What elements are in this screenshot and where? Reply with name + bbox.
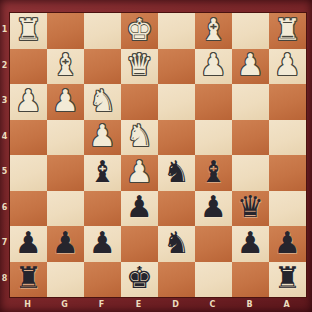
square-c5[interactable]: ♝ [195,155,232,191]
black-knight-d5: ♞ [163,157,190,187]
square-f3[interactable]: ♞ [84,84,121,120]
black-pawn-g7: ♟ [52,228,79,258]
file-labels: HGFEDCBA [9,297,305,311]
square-b6[interactable]: ♛ [232,191,269,227]
chess-board: ♜♚♝♜♝♛♟♟♟♟♟♞♟♞♝♟♞♝♟♟♛♟♟♟♞♟♟♜♚♜ [9,12,307,298]
square-a8[interactable]: ♜ [269,262,306,298]
white-rook-a1: ♜ [274,15,301,45]
white-bishop-c1: ♝ [200,15,227,45]
white-pawn-a2: ♟ [274,50,301,80]
square-g8[interactable] [47,262,84,298]
square-f8[interactable] [84,262,121,298]
square-h1[interactable]: ♜ [10,13,47,49]
square-f7[interactable]: ♟ [84,226,121,262]
square-b5[interactable] [232,155,269,191]
square-a1[interactable]: ♜ [269,13,306,49]
square-g1[interactable] [47,13,84,49]
square-h8[interactable]: ♜ [10,262,47,298]
square-c6[interactable]: ♟ [195,191,232,227]
file-label-a: A [268,297,305,311]
square-a7[interactable]: ♟ [269,226,306,262]
square-b3[interactable] [232,84,269,120]
square-b8[interactable] [232,262,269,298]
file-label-d: D [157,297,194,311]
square-f4[interactable]: ♟ [84,120,121,156]
square-d5[interactable]: ♞ [158,155,195,191]
square-e6[interactable]: ♟ [121,191,158,227]
square-a4[interactable] [269,120,306,156]
black-knight-d7: ♞ [163,228,190,258]
square-e5[interactable]: ♟ [121,155,158,191]
square-e3[interactable] [121,84,158,120]
black-bishop-f5: ♝ [89,157,116,187]
rank-label-3: 3 [0,83,9,119]
white-knight-e4: ♞ [126,121,153,151]
black-king-e8: ♚ [126,263,153,293]
square-e8[interactable]: ♚ [121,262,158,298]
square-c4[interactable] [195,120,232,156]
rank-label-1: 1 [0,12,9,48]
square-g5[interactable] [47,155,84,191]
file-label-h: H [9,297,46,311]
square-g6[interactable] [47,191,84,227]
square-d2[interactable] [158,49,195,85]
black-bishop-c5: ♝ [200,157,227,187]
square-g4[interactable] [47,120,84,156]
rank-label-4: 4 [0,119,9,155]
square-a3[interactable] [269,84,306,120]
square-h6[interactable] [10,191,47,227]
square-a5[interactable] [269,155,306,191]
white-queen-e2: ♛ [126,50,153,80]
white-king-e1: ♚ [126,15,153,45]
square-e1[interactable]: ♚ [121,13,158,49]
square-g2[interactable]: ♝ [47,49,84,85]
square-d3[interactable] [158,84,195,120]
square-f6[interactable] [84,191,121,227]
rank-label-5: 5 [0,154,9,190]
black-pawn-a7: ♟ [274,228,301,258]
rank-label-6: 6 [0,190,9,226]
chess-board-frame: 12345678 ♜♚♝♜♝♛♟♟♟♟♟♞♟♞♝♟♞♝♟♟♛♟♟♟♞♟♟♜♚♜ … [0,0,312,312]
square-d6[interactable] [158,191,195,227]
black-rook-a8: ♜ [274,263,301,293]
square-d4[interactable] [158,120,195,156]
square-c2[interactable]: ♟ [195,49,232,85]
square-h3[interactable]: ♟ [10,84,47,120]
square-g7[interactable]: ♟ [47,226,84,262]
square-f2[interactable] [84,49,121,85]
square-b4[interactable] [232,120,269,156]
square-b7[interactable]: ♟ [232,226,269,262]
white-knight-f3: ♞ [89,86,116,116]
square-f5[interactable]: ♝ [84,155,121,191]
white-pawn-b2: ♟ [237,50,264,80]
rank-label-8: 8 [0,261,9,297]
square-h5[interactable] [10,155,47,191]
rank-label-7: 7 [0,225,9,261]
black-pawn-c6: ♟ [200,192,227,222]
white-rook-h1: ♜ [15,15,42,45]
rank-labels: 12345678 [0,12,9,296]
square-h2[interactable] [10,49,47,85]
file-label-c: C [194,297,231,311]
white-bishop-g2: ♝ [52,50,79,80]
file-label-e: E [120,297,157,311]
file-label-b: B [231,297,268,311]
black-pawn-f7: ♟ [89,228,116,258]
white-pawn-e5: ♟ [126,157,153,187]
white-pawn-h3: ♟ [15,86,42,116]
square-b2[interactable]: ♟ [232,49,269,85]
black-rook-h8: ♜ [15,263,42,293]
square-h7[interactable]: ♟ [10,226,47,262]
square-c3[interactable] [195,84,232,120]
square-d8[interactable] [158,262,195,298]
square-a6[interactable] [269,191,306,227]
rank-label-2: 2 [0,48,9,84]
square-g3[interactable]: ♟ [47,84,84,120]
square-e2[interactable]: ♛ [121,49,158,85]
black-pawn-b7: ♟ [237,228,264,258]
square-c1[interactable]: ♝ [195,13,232,49]
white-pawn-f4: ♟ [89,121,116,151]
square-a2[interactable]: ♟ [269,49,306,85]
square-f1[interactable] [84,13,121,49]
file-label-g: G [46,297,83,311]
square-c8[interactable] [195,262,232,298]
black-queen-b6: ♛ [237,192,264,222]
square-b1[interactable] [232,13,269,49]
white-pawn-g3: ♟ [52,86,79,116]
white-pawn-c2: ♟ [200,50,227,80]
square-c7[interactable] [195,226,232,262]
black-pawn-h7: ♟ [15,228,42,258]
file-label-f: F [83,297,120,311]
black-pawn-e6: ♟ [126,192,153,222]
square-e4[interactable]: ♞ [121,120,158,156]
square-d1[interactable] [158,13,195,49]
square-e7[interactable] [121,226,158,262]
square-d7[interactable]: ♞ [158,226,195,262]
square-h4[interactable] [10,120,47,156]
